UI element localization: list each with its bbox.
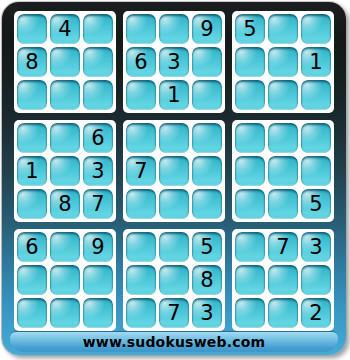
- sudoku-cell[interactable]: [50, 47, 80, 77]
- sudoku-board: 489631516138775695873732: [14, 11, 334, 331]
- sudoku-cell[interactable]: [301, 123, 331, 153]
- sudoku-cell[interactable]: [126, 123, 156, 153]
- sudoku-cell[interactable]: [50, 156, 80, 186]
- sudoku-cell[interactable]: [126, 232, 156, 262]
- sudoku-cell[interactable]: [50, 123, 80, 153]
- sudoku-box: 7: [123, 120, 225, 222]
- sudoku-cell[interactable]: [268, 80, 298, 110]
- sudoku-cell[interactable]: [268, 123, 298, 153]
- sudoku-cell[interactable]: 7: [83, 189, 113, 219]
- sudoku-cell[interactable]: [83, 298, 113, 328]
- sudoku-cell[interactable]: 3: [159, 47, 189, 77]
- sudoku-cell[interactable]: [235, 298, 265, 328]
- sudoku-box: 5: [232, 120, 334, 222]
- sudoku-cell[interactable]: [17, 265, 47, 295]
- sudoku-cell[interactable]: [159, 156, 189, 186]
- sudoku-cell[interactable]: [17, 123, 47, 153]
- sudoku-cell[interactable]: [126, 189, 156, 219]
- sudoku-cell[interactable]: [268, 265, 298, 295]
- sudoku-box: 9631: [123, 11, 225, 113]
- sudoku-cell[interactable]: 3: [192, 298, 222, 328]
- sudoku-cell[interactable]: 7: [268, 232, 298, 262]
- sudoku-cell[interactable]: 6: [126, 47, 156, 77]
- sudoku-cell[interactable]: 9: [192, 14, 222, 44]
- sudoku-cell[interactable]: 3: [301, 232, 331, 262]
- sudoku-cell[interactable]: [17, 189, 47, 219]
- sudoku-cell[interactable]: [126, 265, 156, 295]
- sudoku-cell[interactable]: [159, 14, 189, 44]
- sudoku-cell[interactable]: [235, 80, 265, 110]
- sudoku-box: 732: [232, 229, 334, 331]
- sudoku-cell[interactable]: [268, 189, 298, 219]
- sudoku-cell[interactable]: [50, 265, 80, 295]
- sudoku-cell[interactable]: [126, 298, 156, 328]
- sudoku-cell[interactable]: [126, 80, 156, 110]
- sudoku-cell[interactable]: [301, 265, 331, 295]
- sudoku-box: 5873: [123, 229, 225, 331]
- sudoku-cell[interactable]: [50, 80, 80, 110]
- sudoku-cell[interactable]: [50, 298, 80, 328]
- sudoku-cell[interactable]: [83, 80, 113, 110]
- sudoku-cell[interactable]: 8: [50, 189, 80, 219]
- sudoku-cell[interactable]: 2: [301, 298, 331, 328]
- board-frame: 489631516138775695873732 www.sudokusweb.…: [2, 2, 346, 355]
- sudoku-cell[interactable]: 9: [83, 232, 113, 262]
- sudoku-box: 51: [232, 11, 334, 113]
- sudoku-cell[interactable]: 8: [192, 265, 222, 295]
- sudoku-cell[interactable]: 5: [235, 14, 265, 44]
- sudoku-cell[interactable]: [192, 80, 222, 110]
- sudoku-cell[interactable]: 4: [50, 14, 80, 44]
- sudoku-cell[interactable]: [235, 232, 265, 262]
- sudoku-cell[interactable]: 1: [159, 80, 189, 110]
- sudoku-cell[interactable]: [192, 123, 222, 153]
- sudoku-box: 48: [14, 11, 116, 113]
- sudoku-box: 61387: [14, 120, 116, 222]
- sudoku-cell[interactable]: 6: [17, 232, 47, 262]
- sudoku-cell[interactable]: [301, 156, 331, 186]
- sudoku-cell[interactable]: [192, 156, 222, 186]
- sudoku-cell[interactable]: 5: [301, 189, 331, 219]
- sudoku-cell[interactable]: [192, 47, 222, 77]
- site-url: www.sudokusweb.com: [83, 334, 266, 350]
- footer-bar: www.sudokusweb.com: [10, 331, 338, 352]
- sudoku-cell[interactable]: [159, 232, 189, 262]
- sudoku-widget: 489631516138775695873732 www.sudokusweb.…: [0, 0, 350, 360]
- sudoku-cell[interactable]: [83, 14, 113, 44]
- sudoku-cell[interactable]: [235, 156, 265, 186]
- sudoku-box: 69: [14, 229, 116, 331]
- sudoku-cell[interactable]: [83, 47, 113, 77]
- sudoku-cell[interactable]: [268, 47, 298, 77]
- sudoku-cell[interactable]: 5: [192, 232, 222, 262]
- sudoku-cell[interactable]: [268, 14, 298, 44]
- sudoku-cell[interactable]: 6: [83, 123, 113, 153]
- sudoku-cell[interactable]: [235, 47, 265, 77]
- sudoku-cell[interactable]: 8: [17, 47, 47, 77]
- sudoku-cell[interactable]: [17, 14, 47, 44]
- sudoku-cell[interactable]: [301, 80, 331, 110]
- sudoku-cell[interactable]: [301, 14, 331, 44]
- sudoku-cell[interactable]: [159, 265, 189, 295]
- sudoku-cell[interactable]: [83, 265, 113, 295]
- sudoku-cell[interactable]: [268, 156, 298, 186]
- sudoku-cell[interactable]: 3: [83, 156, 113, 186]
- sudoku-cell[interactable]: [17, 80, 47, 110]
- sudoku-cell[interactable]: [192, 189, 222, 219]
- sudoku-cell[interactable]: 1: [301, 47, 331, 77]
- sudoku-cell[interactable]: [235, 189, 265, 219]
- sudoku-cell[interactable]: [159, 189, 189, 219]
- sudoku-cell[interactable]: [268, 298, 298, 328]
- sudoku-cell[interactable]: 7: [159, 298, 189, 328]
- sudoku-cell[interactable]: 1: [17, 156, 47, 186]
- sudoku-cell[interactable]: [235, 123, 265, 153]
- sudoku-cell[interactable]: [50, 232, 80, 262]
- sudoku-cell[interactable]: [126, 14, 156, 44]
- sudoku-cell[interactable]: [235, 265, 265, 295]
- sudoku-cell[interactable]: [159, 123, 189, 153]
- sudoku-cell[interactable]: 7: [126, 156, 156, 186]
- sudoku-cell[interactable]: [17, 298, 47, 328]
